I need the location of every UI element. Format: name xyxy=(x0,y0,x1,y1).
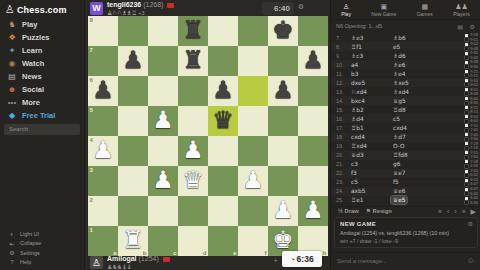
move-number: 11. xyxy=(336,71,349,77)
panel-tab[interactable]: ▦ Games xyxy=(417,3,433,17)
game-area: W tengli6236 (1268) ♙♘♘♗♗♖+3 6:40 ⚙ 8♜♚7… xyxy=(86,0,330,270)
side-panel: ♙ Play ▣ New Game ▦ Games ♟♟ Players N6 … xyxy=(330,0,480,270)
square-e6[interactable]: ♟ xyxy=(208,76,238,106)
square-h8[interactable] xyxy=(298,16,328,46)
square-h5[interactable] xyxy=(298,106,328,136)
move-row: 8. ♖f1 e5 9:52 9:48 xyxy=(331,42,480,51)
black-time-marker xyxy=(465,174,468,177)
white-time-marker xyxy=(465,197,468,200)
search-input[interactable]: Search xyxy=(4,124,80,135)
move-row: 18. cxd4 ♗d7 7:40 7:30 xyxy=(331,133,480,142)
panel-tab[interactable]: ♙ Play xyxy=(341,3,351,17)
logo-pawn-icon: ♙ xyxy=(5,3,15,16)
social-icon: ☻ xyxy=(7,85,17,94)
square-b3[interactable] xyxy=(118,166,148,196)
square-e8[interactable] xyxy=(208,16,238,46)
black-move[interactable]: g6 xyxy=(391,160,437,168)
white-move[interactable]: ♖b1 xyxy=(349,124,391,132)
square-f2[interactable] xyxy=(238,196,268,226)
white-pawn: ♟ xyxy=(178,136,208,166)
light-ui-icon: ◐ xyxy=(8,231,16,237)
black-move[interactable]: ♗xe5 xyxy=(391,79,437,87)
square-a5[interactable]: 5 xyxy=(88,106,118,136)
square-h3[interactable] xyxy=(298,166,328,196)
black-move[interactable]: e5 xyxy=(391,43,437,51)
move-row: 11. b3 ♗e4 9:25 9:15 xyxy=(331,69,480,78)
black-move[interactable]: cxd4 xyxy=(391,124,437,132)
square-h2[interactable]: ♟ xyxy=(298,196,328,226)
move-number: 23. xyxy=(336,179,349,185)
bottom-player-rating: (1254) xyxy=(139,255,159,262)
diamond-icon: ◆ xyxy=(7,111,17,120)
square-d3[interactable]: ♛ xyxy=(178,166,208,196)
move-number: 8. xyxy=(336,44,349,50)
move-nav-buttons: «‹›»▶ xyxy=(438,207,476,216)
black-time-marker xyxy=(465,92,468,95)
black-move[interactable]: O-O xyxy=(391,142,437,150)
move-times: 9:10 9:02 xyxy=(450,78,478,87)
white-queen: ♛ xyxy=(178,166,208,196)
black-move[interactable]: ♕e6 xyxy=(391,187,437,195)
black-time-marker xyxy=(465,156,468,159)
square-a7[interactable]: 7 xyxy=(88,46,118,76)
sidebar-footer-item[interactable]: ? Help xyxy=(0,258,84,268)
footer-item-label: Collapse xyxy=(20,240,41,246)
square-f8[interactable] xyxy=(238,16,268,46)
move-row: 17. ♖b1 cxd4 7:55 7:45 xyxy=(331,123,480,132)
move-row: 13. ♘xd4 ♗xd4 8:55 8:48 xyxy=(331,87,480,96)
resign-flag-icon: ⚑ xyxy=(366,208,371,214)
black-time-marker xyxy=(465,111,468,114)
top-player-avatar[interactable]: W xyxy=(90,2,103,15)
rank-label: 5 xyxy=(90,107,93,113)
settings-icon: ⚙ xyxy=(8,249,16,256)
smiley-icon[interactable]: ☺ xyxy=(467,256,475,265)
white-pawn: ♟ xyxy=(88,136,118,166)
white-pawn: ♟ xyxy=(298,196,328,226)
bottom-player-avatar[interactable]: ♙ xyxy=(90,256,103,269)
learn-icon: ✦ xyxy=(7,46,17,55)
autoplay-icon[interactable]: ▶ xyxy=(471,207,476,216)
panel-tab-label: Players xyxy=(453,11,470,17)
footer-item-label: Help xyxy=(20,259,31,265)
rank-label: 2 xyxy=(90,197,93,203)
square-g5[interactable] xyxy=(268,106,298,136)
move-times: 9:25 9:15 xyxy=(450,69,478,78)
new-game-title: NEW GAME xyxy=(340,221,376,227)
top-player-clock: 6:40 xyxy=(262,2,294,15)
square-h4[interactable] xyxy=(298,136,328,166)
board-settings-gear-icon[interactable]: ⚙ xyxy=(298,3,304,11)
move-row: 22. f3 ♕e7 7:00 6:52 xyxy=(331,169,480,178)
white-move[interactable]: dxe5 xyxy=(349,79,391,87)
panel-tab-label: Games xyxy=(417,11,433,17)
rank-label: 7 xyxy=(90,47,93,53)
knight-icon: ♞ xyxy=(7,20,17,29)
move-number: 17. xyxy=(336,125,349,131)
black-move[interactable]: ♗d6 xyxy=(391,52,437,60)
panel-tab[interactable]: ▣ New Game xyxy=(371,3,396,17)
move-row: 21. c3 g6 7:08 6:58 xyxy=(331,160,480,169)
resign-button[interactable]: ⚑ Resign xyxy=(366,208,392,214)
move-row: 15. ♗b2 ♖d8 8:25 8:15 xyxy=(331,105,480,114)
opening-book-icon[interactable]: ▤ xyxy=(457,23,463,30)
sidebar-footer-item[interactable]: ⚙ Settings xyxy=(0,248,84,258)
black-rook: ♜ xyxy=(178,16,208,46)
new-game-tab-icon: ▣ xyxy=(371,3,396,11)
white-time-marker xyxy=(465,34,468,37)
black-move[interactable]: ♗e4 xyxy=(391,70,437,78)
white-time-marker xyxy=(465,151,468,154)
sidebar-footer-item[interactable]: ⇤ Collapse xyxy=(0,239,84,249)
top-player-bar: W tengli6236 (1268) ♙♘♘♗♗♖+3 6:40 ⚙ xyxy=(88,0,328,16)
sidebar-item-label: Watch xyxy=(22,59,44,68)
next-move-icon[interactable]: › xyxy=(454,207,456,216)
white-move[interactable]: f3 xyxy=(349,169,391,177)
rank-label: 3 xyxy=(90,167,93,173)
white-move[interactable]: ♖e1 xyxy=(349,196,391,204)
players-tab-icon: ♟♟ xyxy=(453,3,470,11)
black-move[interactable]: ♗d7 xyxy=(391,133,437,141)
move-number: 10. xyxy=(336,62,349,68)
square-c7[interactable] xyxy=(148,46,178,76)
square-a2[interactable]: 2 xyxy=(88,196,118,226)
white-time-marker xyxy=(465,61,468,64)
black-pawn: ♟ xyxy=(88,76,118,106)
top-player-name: tengli6236 xyxy=(107,1,141,8)
black-time-marker xyxy=(465,147,468,150)
sidebar-item-label: Free Trial xyxy=(22,111,55,120)
square-f1[interactable]: f xyxy=(238,226,268,256)
black-move[interactable]: ♖d8 xyxy=(391,106,437,114)
square-a8[interactable]: 8 xyxy=(88,16,118,46)
more-icon: ••• xyxy=(7,98,17,107)
white-move[interactable]: ♖f1 xyxy=(349,43,391,51)
sidebar-item-label: Social xyxy=(22,85,44,94)
move-number: 18. xyxy=(336,134,349,140)
rank-label: 1 xyxy=(90,227,93,233)
square-f6[interactable] xyxy=(238,76,268,106)
black-pawn: ♟ xyxy=(118,46,148,76)
square-e5[interactable]: ♛ xyxy=(208,106,238,136)
flag-icon xyxy=(167,3,174,8)
black-time-marker xyxy=(465,201,468,204)
move-number: 20. xyxy=(336,152,349,158)
black-rook: ♜ xyxy=(178,46,208,76)
square-h6[interactable] xyxy=(298,76,328,106)
opening-name: N6 Opening: 1...d5 xyxy=(336,23,382,29)
white-time-marker xyxy=(465,52,468,55)
white-move[interactable]: c3 xyxy=(349,160,391,168)
white-move[interactable]: cxd4 xyxy=(349,133,391,141)
new-game-gear-icon[interactable]: ⚙ xyxy=(468,220,473,227)
chess-com-logo[interactable]: ♙ Chess.com xyxy=(5,3,67,16)
black-time-marker xyxy=(465,56,468,59)
move-times: 8:25 8:15 xyxy=(450,106,478,115)
white-time-marker xyxy=(465,79,468,82)
clock-icon: ◔ xyxy=(290,256,294,263)
games-tab-icon: ▦ xyxy=(417,3,433,11)
game-controls: ½ Draw ⚑ Resign «‹›»▶ xyxy=(331,206,480,216)
square-d2[interactable] xyxy=(178,196,208,226)
move-times: 6:40 6:36 xyxy=(450,196,478,205)
move-row: 19. ♖xd4 O-O 7:28 7:18 xyxy=(331,142,480,151)
white-time-marker xyxy=(465,142,468,145)
square-d4[interactable]: ♟ xyxy=(178,136,208,166)
black-move[interactable]: f5 xyxy=(391,178,437,186)
move-times: 8:40 8:30 xyxy=(450,96,478,105)
draw-button[interactable]: ½ Draw xyxy=(338,208,359,214)
bottom-player-bar: ♙ Amilogal (1254) ♟♞♞♝♝ + ◔6:36 xyxy=(88,254,328,270)
white-move[interactable]: ♗e3 xyxy=(349,34,391,42)
black-time-marker xyxy=(465,47,468,50)
add-time-icon[interactable]: + xyxy=(273,256,278,265)
white-pawn: ♟ xyxy=(148,166,178,196)
square-c6[interactable] xyxy=(148,76,178,106)
footer-item-label: Light UI xyxy=(20,231,39,237)
white-move[interactable]: b3 xyxy=(349,70,391,78)
white-time-marker xyxy=(465,106,468,109)
square-a3[interactable]: 3 xyxy=(88,166,118,196)
move-number: 25. xyxy=(336,197,349,203)
move-list: 7. ♗e3 ♗b6 9:58 9:55 8. ♖f1 e5 9:52 9:48 xyxy=(331,33,480,205)
white-move[interactable]: c5 xyxy=(349,178,391,186)
move-row: 7. ♗e3 ♗b6 9:58 9:55 xyxy=(331,33,480,42)
rank-label: 8 xyxy=(90,17,93,23)
black-move[interactable]: ♕e5 xyxy=(391,196,437,204)
black-pawn: ♟ xyxy=(298,46,328,76)
square-b2[interactable] xyxy=(118,196,148,226)
move-number: 14. xyxy=(336,98,349,104)
move-number: 21. xyxy=(336,161,349,167)
white-rook: ♜ xyxy=(118,226,148,256)
first-move-icon[interactable]: « xyxy=(438,207,442,216)
prev-move-icon[interactable]: ‹ xyxy=(447,207,449,216)
bottom-captured-pieces: ♟♞♞♝♝ xyxy=(107,263,131,270)
square-e2[interactable] xyxy=(208,196,238,226)
move-row: 20. ♕d3 ♖fd8 7:15 7:05 xyxy=(331,151,480,160)
square-b5[interactable] xyxy=(118,106,148,136)
panel-tabs: ♙ Play ▣ New Game ▦ Games ♟♟ Players xyxy=(331,0,480,20)
new-game-matchup: Amilogal (1254) vs. tengli6236 (1268) (1… xyxy=(340,230,449,236)
move-times: 9:38 9:30 xyxy=(450,60,478,69)
move-times: 8:55 8:48 xyxy=(450,87,478,96)
white-move[interactable]: bxc4 xyxy=(349,97,391,105)
sidebar-item[interactable]: ◉ Watch xyxy=(0,57,84,70)
white-move[interactable]: ♕d3 xyxy=(349,151,391,159)
black-pawn: ♟ xyxy=(208,76,238,106)
square-g6[interactable]: ♟ xyxy=(268,76,298,106)
square-e4[interactable] xyxy=(208,136,238,166)
square-b8[interactable] xyxy=(118,16,148,46)
square-c2[interactable] xyxy=(148,196,178,226)
news-icon: ▤ xyxy=(7,72,17,81)
square-b1[interactable]: b♜ xyxy=(118,226,148,256)
sidebar-item-label: News xyxy=(22,72,42,81)
sidebar-item[interactable]: ☻ Social xyxy=(0,83,84,96)
square-f7[interactable] xyxy=(238,46,268,76)
sidebar-nav: ♞ Play ❖ Puzzles ✦ Learn ◉ Watch ▤ News … xyxy=(0,18,84,122)
sidebar-item[interactable]: ♞ Play xyxy=(0,18,84,31)
sidebar-item-label: More xyxy=(22,98,40,107)
square-g3[interactable] xyxy=(268,166,298,196)
white-time-marker xyxy=(465,160,468,163)
square-h7[interactable]: ♟ xyxy=(298,46,328,76)
bottom-player-clock: ◔6:36 xyxy=(282,251,322,267)
sidebar-item-label: Learn xyxy=(22,46,42,55)
square-g8[interactable]: ♚ xyxy=(268,16,298,46)
chat-message-input[interactable]: Send a message... xyxy=(337,258,387,264)
black-queen: ♛ xyxy=(208,106,238,136)
move-row: 12. dxe5 ♗xe5 9:10 9:02 xyxy=(331,78,480,87)
square-d5[interactable] xyxy=(178,106,208,136)
move-row: 10. a4 ♗e6 9:38 9:30 xyxy=(331,60,480,69)
black-time-marker xyxy=(465,138,468,141)
new-game-rating-change: win +7 / draw -1 / lose -9 xyxy=(340,238,398,244)
square-d7[interactable]: ♜ xyxy=(178,46,208,76)
white-time-marker xyxy=(465,188,468,191)
square-a6[interactable]: 6♟ xyxy=(88,76,118,106)
white-move[interactable]: ♗b2 xyxy=(349,106,391,114)
black-move[interactable]: ♖fd8 xyxy=(391,151,437,159)
white-pawn: ♟ xyxy=(238,166,268,196)
panel-tab-label: Play xyxy=(341,11,351,17)
square-f5[interactable] xyxy=(238,106,268,136)
white-move[interactable]: ♖xd4 xyxy=(349,142,391,150)
move-number: 19. xyxy=(336,143,349,149)
white-time-marker xyxy=(465,70,468,73)
sidebar-item[interactable]: ▤ News xyxy=(0,70,84,83)
white-time-marker xyxy=(465,43,468,46)
square-b4[interactable] xyxy=(118,136,148,166)
move-number: 7. xyxy=(336,35,349,41)
square-d6[interactable] xyxy=(178,76,208,106)
collapse-icon: ⇤ xyxy=(8,240,16,247)
help-icon: ? xyxy=(8,259,16,265)
black-move[interactable]: ♕e7 xyxy=(391,169,437,177)
moves-settings-gear-icon[interactable]: ⚙ xyxy=(470,23,475,30)
sidebar-item[interactable]: ✦ Learn xyxy=(0,44,84,57)
black-time-marker xyxy=(465,129,468,132)
black-move[interactable]: ♕g5 xyxy=(391,97,437,105)
sidebar-footer-item[interactable]: ◐ Light UI xyxy=(0,229,84,239)
square-b7[interactable]: ♟ xyxy=(118,46,148,76)
square-c5[interactable]: ♟ xyxy=(148,106,178,136)
square-e1[interactable]: e xyxy=(208,226,238,256)
move-number: 22. xyxy=(336,170,349,176)
logo-text: Chess.com xyxy=(17,5,67,15)
black-time-marker xyxy=(465,83,468,86)
sidebar-item[interactable]: ••• More xyxy=(0,96,84,109)
square-b6[interactable] xyxy=(118,76,148,106)
flag-icon xyxy=(163,257,170,262)
square-g4[interactable] xyxy=(268,136,298,166)
sidebar-item-label: Play xyxy=(22,20,37,29)
square-f3[interactable]: ♟ xyxy=(238,166,268,196)
move-number: 16. xyxy=(336,116,349,122)
white-time-marker xyxy=(465,115,468,118)
chess-board: 8♜♚7♟♜♟6♟♟♟5♟♛4♟♟3♟♛♟2♟♟1ab♜cdefg♚h xyxy=(88,16,328,256)
puzzle-icon: ❖ xyxy=(7,33,17,42)
move-row: 24. axb5 ♕e6 6:47 6:42 xyxy=(331,187,480,196)
chess-com-app: ♙ Chess.com ♞ Play ❖ Puzzles ✦ Learn ◉ W… xyxy=(0,0,480,270)
square-e3[interactable] xyxy=(208,166,238,196)
white-move[interactable]: ♗c3 xyxy=(349,52,391,60)
black-time-marker xyxy=(465,38,468,41)
black-time-marker xyxy=(465,74,468,77)
black-move[interactable]: c5 xyxy=(391,115,437,123)
black-king: ♚ xyxy=(268,16,298,46)
white-pawn: ♟ xyxy=(148,106,178,136)
move-row: 25. ♖e1 ♕e5 6:40 6:36 xyxy=(331,196,480,205)
black-move[interactable]: ♗b6 xyxy=(391,34,437,42)
move-number: 13. xyxy=(336,89,349,95)
move-number: 9. xyxy=(336,53,349,59)
black-time-marker xyxy=(465,183,468,186)
watch-icon: ◉ xyxy=(7,59,17,68)
white-move[interactable]: axb5 xyxy=(349,187,391,195)
square-d1[interactable]: d xyxy=(178,226,208,256)
white-pawn: ♟ xyxy=(268,196,298,226)
square-a4[interactable]: 4♟ xyxy=(88,136,118,166)
move-number: 12. xyxy=(336,80,349,86)
square-c3[interactable]: ♟ xyxy=(148,166,178,196)
black-time-marker xyxy=(465,165,468,168)
move-row: 16. ♗d4 c5 8:10 8:00 xyxy=(331,114,480,123)
black-time-marker xyxy=(465,192,468,195)
last-move-icon[interactable]: » xyxy=(462,207,466,216)
square-c1[interactable]: c xyxy=(148,226,178,256)
square-a1[interactable]: 1a xyxy=(88,226,118,256)
white-move[interactable]: ♘xd4 xyxy=(349,88,391,96)
panel-tab-label: New Game xyxy=(371,11,396,17)
top-player-rating: (1268) xyxy=(143,1,163,8)
square-c8[interactable] xyxy=(148,16,178,46)
square-f4[interactable] xyxy=(238,136,268,166)
black-move[interactable]: ♗e6 xyxy=(391,61,437,69)
black-move[interactable]: ♗xd4 xyxy=(391,88,437,96)
white-move[interactable]: a4 xyxy=(349,61,391,69)
move-row: 9. ♗c3 ♗d6 9:45 9:40 xyxy=(331,51,480,60)
square-c4[interactable] xyxy=(148,136,178,166)
move-row: 23. c5 f5 6:53 6:47 xyxy=(331,178,480,187)
move-times: 8:10 8:00 xyxy=(450,115,478,124)
square-e7[interactable] xyxy=(208,46,238,76)
sidebar-item[interactable]: ◆ Free Trial xyxy=(0,109,84,122)
new-game-box: NEW GAME ⚙ Amilogal (1254) vs. tengli623… xyxy=(334,217,478,248)
white-time-marker xyxy=(465,88,468,91)
sidebar-item[interactable]: ❖ Puzzles xyxy=(0,31,84,44)
square-g2[interactable]: ♟ xyxy=(268,196,298,226)
black-time-marker xyxy=(465,120,468,123)
black-time-marker xyxy=(465,65,468,68)
square-g7[interactable] xyxy=(268,46,298,76)
opening-row: N6 Opening: 1...d5 ▤ ⚙ xyxy=(331,21,480,32)
white-time-marker xyxy=(465,124,468,127)
panel-tab[interactable]: ♟♟ Players xyxy=(453,3,470,17)
white-move[interactable]: ♗d4 xyxy=(349,115,391,123)
footer-item-label: Settings xyxy=(20,250,40,256)
square-d8[interactable]: ♜ xyxy=(178,16,208,46)
sidebar-footer: ◐ Light UI ⇤ Collapse ⚙ Settings ? Help xyxy=(0,229,84,267)
sidebar: ♙ Chess.com ♞ Play ❖ Puzzles ✦ Learn ◉ W… xyxy=(0,0,85,270)
sidebar-item-label: Puzzles xyxy=(22,33,50,42)
black-time-marker xyxy=(465,102,468,105)
move-row: 14. bxc4 ♕g5 8:40 8:30 xyxy=(331,96,480,105)
move-number: 24. xyxy=(336,188,349,194)
white-time-marker xyxy=(465,97,468,100)
white-time-marker xyxy=(465,133,468,136)
